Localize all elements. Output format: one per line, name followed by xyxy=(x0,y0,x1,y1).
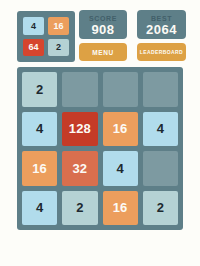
mini-tile-64: 64 xyxy=(23,39,44,57)
empty-cell xyxy=(143,72,178,107)
game-board[interactable]: 241281641632442162 xyxy=(17,67,183,230)
tile-4: 4 xyxy=(143,112,178,147)
empty-cell xyxy=(143,151,178,186)
tile-32: 32 xyxy=(62,151,97,186)
tile-16: 16 xyxy=(103,191,138,226)
score-value: 908 xyxy=(91,23,114,36)
tile-16: 16 xyxy=(22,151,57,186)
tile-4: 4 xyxy=(22,191,57,226)
tile-4: 4 xyxy=(103,151,138,186)
mini-tile-16: 16 xyxy=(48,17,69,35)
menu-button[interactable]: MENU xyxy=(79,43,127,61)
tile-4: 4 xyxy=(22,112,57,147)
leaderboard-button[interactable]: LEADERBOARD xyxy=(137,43,186,61)
score-box: SCORE 908 xyxy=(79,10,127,39)
best-box: BEST 2064 xyxy=(137,10,186,39)
tile-2: 2 xyxy=(22,72,57,107)
game-2048-screen: { "game": "2048", "position": "2 0 0 0 /… xyxy=(0,0,200,266)
mini-tile-2: 2 xyxy=(48,39,69,57)
mini-tile-4: 4 xyxy=(23,17,44,35)
best-value: 2064 xyxy=(146,23,177,36)
tile-2: 2 xyxy=(143,191,178,226)
mini-board-preview: 416642 xyxy=(17,11,75,62)
empty-cell xyxy=(62,72,97,107)
tile-16: 16 xyxy=(103,112,138,147)
empty-cell xyxy=(103,72,138,107)
tile-128: 128 xyxy=(62,112,97,147)
tile-2: 2 xyxy=(62,191,97,226)
